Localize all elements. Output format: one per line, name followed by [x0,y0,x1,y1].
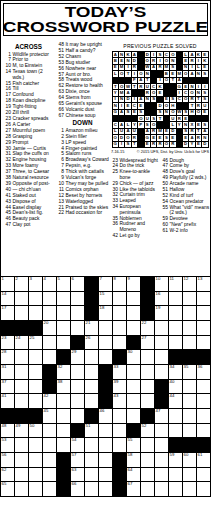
clue-item: 64Stems from [56,95,109,100]
grid-cell[interactable] [57,292,70,306]
solved-black-cell [138,129,143,134]
grid-cell[interactable] [113,306,126,320]
grid-cell[interactable] [113,336,126,350]
grid-cell[interactable] [169,409,182,423]
solved-letter-cell: D [125,97,130,102]
grid-cell[interactable]: 11 [169,277,182,291]
clue-number: 19 [3,104,13,109]
clue-item: 48It may be upright [56,42,109,47]
grid-cell[interactable] [15,394,28,408]
grid-cell[interactable]: 7 [99,277,112,291]
clue-number: 59 [160,216,170,221]
grid-cell[interactable] [57,394,70,408]
grid-cell[interactable] [183,306,196,320]
clue-number: 2 [56,134,66,139]
solved-letter-cell: N [113,103,118,108]
grid-cell[interactable]: 24 [15,336,28,350]
grid-cell[interactable]: 6 [71,277,84,291]
grid-cell[interactable]: 54 [71,438,84,452]
grid-cell[interactable]: 36 [197,365,210,379]
grid-cell[interactable] [29,350,42,364]
grid-cell[interactable] [197,306,210,320]
grid-cell[interactable] [155,453,168,467]
grid-cell[interactable] [85,380,98,394]
grid-cell[interactable] [197,409,210,423]
grid-cell[interactable] [169,292,182,306]
grid-cell[interactable] [141,394,154,408]
grid-cell[interactable] [15,380,28,394]
solved-black-cell [138,52,143,57]
black-cell [197,438,210,452]
grid-cell[interactable]: 64 [127,468,140,482]
clue-item: 3LP speed [56,140,109,145]
clue-number: 46 [3,216,13,221]
solved-letter-cell: M [164,65,169,70]
grid-cell[interactable] [29,365,42,379]
grid-cell[interactable] [99,321,112,335]
grid-cell[interactable] [197,482,210,496]
clue-number: 61 [160,228,170,233]
grid-cell[interactable] [29,394,42,408]
grid-cell[interactable] [113,438,126,452]
grid-cell[interactable] [29,453,42,467]
clue-item: 14Texas town (2 wds.) [3,69,54,80]
solved-letter-cell: R [132,65,137,70]
solved-letter-cell: E [151,135,156,140]
clue-text: Thick with cattails [66,169,110,174]
grid-cell[interactable]: 9 [127,277,140,291]
grid-cell[interactable] [85,468,98,482]
solved-letter-cell: T [196,129,201,134]
grid-cell[interactable] [197,336,210,350]
clue-item: 43Dispose of [3,199,54,204]
grid-cell[interactable]: 55 [127,438,140,452]
clue-item: 42Let go by [110,233,160,238]
grid-cell[interactable] [57,321,70,335]
grid-cell[interactable]: 20 [43,321,56,335]
grid-cell[interactable] [99,424,112,438]
grid-cell[interactable] [85,394,98,408]
solved-letter-cell: S [125,110,130,115]
grid-cell[interactable] [43,453,56,467]
grid-cell[interactable] [71,321,84,335]
grid-cell[interactable]: 35 [183,365,196,379]
grid-cell[interactable] [29,306,42,320]
grid-cell[interactable] [141,438,154,452]
grid-cell[interactable] [127,380,140,394]
grid-cell[interactable] [29,292,42,306]
clue-item: 61W-2 info [160,228,210,233]
grid-cell[interactable]: 21 [85,321,98,335]
solved-letter-cell: Y [177,122,182,127]
title-box: TODAY’S CROSSWORD PUZZLE [3,3,208,36]
grid-cell[interactable]: 51 [85,424,98,438]
grid-cell[interactable] [113,321,126,335]
grid-cell[interactable] [155,336,168,350]
solved-letter-cell: T [125,71,130,76]
grid-cell[interactable]: 57 [71,453,84,467]
solved-letter-cell: R [196,103,201,108]
solved-black-cell [157,71,162,76]
grid-cell[interactable]: 23 [1,336,14,350]
grid-cell[interactable]: 59 [169,453,182,467]
grid-cell[interactable]: 18 [99,306,112,320]
grid-cell[interactable]: 49 [15,424,28,438]
grid-cell[interactable]: 37 [1,380,14,394]
grid-cell[interactable] [169,424,182,438]
clue-item: 26A Carter [3,122,54,127]
solved-letter-cell: E [202,65,207,70]
black-cell [113,468,126,482]
grid-cell[interactable] [155,321,168,335]
clue-text: Slap the cuffs on [13,151,55,156]
solved-letter-cell: O [151,122,156,127]
grid-cell[interactable]: 56 [1,453,14,467]
clue-text: Zill thrill [13,110,55,115]
grid-cell[interactable] [15,482,28,496]
solved-letter-cell: A [189,52,194,57]
cell-number: 16 [156,292,161,297]
solved-black-cell [151,110,156,115]
grid-cell[interactable]: 62 [1,468,14,482]
grid-cell[interactable]: 29 [71,350,84,364]
solved-letter-cell: G [177,84,182,89]
grid-cell[interactable]: 47 [155,409,168,423]
grid-cell[interactable]: 53 [1,438,14,452]
grid-cell[interactable] [197,380,210,394]
grid-cell[interactable]: 17 [1,306,14,320]
grid-cell[interactable] [29,482,42,496]
clue-text: Wildlife protector [13,52,55,57]
grid-cell[interactable] [85,438,98,452]
grid-cell[interactable] [43,350,56,364]
clue-number: 35 [110,216,120,221]
grid-cell[interactable] [141,482,154,496]
solved-letter-cell: O [138,71,143,76]
clue-item: 49Playfully (2 wds.) [160,175,210,180]
grid-cell[interactable] [99,350,112,364]
grid-cell[interactable]: 61 [197,453,210,467]
grid-cell[interactable] [99,468,112,482]
solved-letter-cell: E [170,135,175,140]
solved-letter-cell: T [196,97,201,102]
grid-cell[interactable] [141,350,154,364]
grid-cell[interactable] [71,365,84,379]
grid-cell[interactable]: 32 [57,365,70,379]
clue-text: Cracker spreads [13,116,55,121]
grid-cell[interactable]: 48 [1,424,14,438]
clue-number: 54 [160,199,170,204]
grid-cell[interactable]: 39 [113,380,126,394]
grid-cell[interactable] [29,380,42,394]
grid-cell[interactable] [43,306,56,320]
grid-cell[interactable] [43,468,56,482]
clue-text: Kind of turf [170,193,211,198]
grid-cell[interactable]: 15 [99,292,112,306]
grid-cell[interactable] [57,409,70,423]
grid-cell[interactable] [183,468,196,482]
clue-number: 30 [110,187,120,192]
grid-cell[interactable] [183,336,196,350]
cell-number: 51 [86,424,91,429]
solved-black-cell [125,78,130,83]
grid-cell[interactable] [127,321,140,335]
clue-number: 52 [160,193,170,198]
grid-cell[interactable]: 38 [57,380,70,394]
grid-cell[interactable]: 26 [85,336,98,350]
solved-letter-cell: N [170,58,175,63]
grid-cell[interactable] [141,380,154,394]
grid-cell[interactable] [29,438,42,452]
clue-number: 22 [56,210,66,215]
grid-cell[interactable]: 27 [141,336,154,350]
black-cell [99,365,112,379]
grid-cell[interactable] [183,424,196,438]
cell-number: 2 [16,277,18,282]
grid-cell[interactable] [43,292,56,306]
grid-cell[interactable] [155,482,168,496]
grid-cell[interactable]: 60 [183,453,196,467]
grid-cell[interactable] [71,394,84,408]
black-cell [113,350,126,364]
grid-cell[interactable] [183,380,196,394]
solved-letter-cell: K [125,52,130,57]
grid-cell[interactable] [71,306,84,320]
grid-cell[interactable]: 33 [113,365,126,379]
grid-cell[interactable] [15,350,28,364]
grid-cell[interactable] [43,438,56,452]
solved-letter-cell: O [151,90,156,95]
solved-letter-cell: I [119,142,124,147]
solved-letter-cell: L [125,122,130,127]
grid-cell[interactable] [197,292,210,306]
grid-cell[interactable]: 5 [57,277,70,291]
grid-cell[interactable]: 8 [113,277,126,291]
grid-cell[interactable]: 43 [113,394,126,408]
grid-cell[interactable] [71,380,84,394]
grid-cell[interactable]: 10 [155,277,168,291]
grid-cell[interactable] [183,409,196,423]
solved-letter-cell: A [177,78,182,83]
grid-cell[interactable] [169,321,182,335]
solved-letter-cell: E [138,103,143,108]
clue-number: 33 [110,198,120,203]
clue-number: 12 [56,193,66,198]
clue-item: 41Staked out [3,193,54,198]
grid-cell[interactable] [15,468,28,482]
grid-cell[interactable] [197,321,210,335]
clue-number: 37 [3,169,13,174]
clue-text: Confound [13,92,55,97]
grid-cell[interactable] [85,365,98,379]
grid-cell[interactable] [155,365,168,379]
grid-cell[interactable] [99,453,112,467]
solved-letter-cell: M [157,129,162,134]
clue-item: 45Dean's-list fig. [3,210,54,215]
clue-text: Clay pot [13,222,55,227]
grid-cell[interactable]: 30 [127,350,140,364]
grid-cell[interactable] [113,292,126,306]
solved-letter-cell: A [132,52,137,57]
solved-black-cell [189,78,194,83]
cell-number: 30 [128,350,133,355]
clue-number: 28 [3,134,13,139]
grid-cell[interactable]: 46 [99,409,112,423]
solved-letter-cell: I [189,65,194,70]
grid-cell[interactable]: 67 [127,482,140,496]
grid-cell[interactable] [169,468,182,482]
grid-cell[interactable]: 40 [169,380,182,394]
previous-solved-grid: ANKADISCOLAKEBENDORIONERIKEMIRWARMSNILEL… [112,51,209,148]
grid-cell[interactable] [197,468,210,482]
grid-cell[interactable]: 25 [29,336,42,350]
grid-cell[interactable]: 42 [43,394,56,408]
solved-letter-cell: Y [132,122,137,127]
grid-cell[interactable]: 13 [197,277,210,291]
clue-item: 66Volcanic dust [56,107,109,112]
grid-cell[interactable] [57,336,70,350]
grid-cell[interactable]: 31 [1,365,14,379]
grid-cell[interactable] [57,306,70,320]
solved-letter-cell: S [138,110,143,115]
grid-cell[interactable]: 34 [169,365,182,379]
grid-cell[interactable] [15,292,28,306]
solved-black-cell [145,110,150,115]
grid-cell[interactable]: 28 [1,350,14,364]
grid-cell[interactable] [71,409,84,423]
grid-cell[interactable]: 16 [155,292,168,306]
grid-cell[interactable] [85,350,98,364]
grid-cell[interactable] [127,365,140,379]
black-cell [141,306,154,320]
grid-cell[interactable]: 50 [29,424,42,438]
grid-cell[interactable]: 63 [71,468,84,482]
grid-cell[interactable] [169,482,182,496]
cell-number: 7 [100,277,102,282]
cell-number: 31 [2,365,7,370]
grid-cell[interactable]: 14 [1,292,14,306]
solved-letter-cell: L [183,52,188,57]
grid-cell[interactable]: 12 [183,277,196,291]
clue-item: 29Chick — of jazz [110,181,160,186]
grid-cell[interactable]: 22 [141,321,154,335]
clue-text: Texas town (2 wds.) [13,69,55,80]
solved-letter-cell: E [202,52,207,57]
grid-cell[interactable] [43,336,56,350]
grid-cell[interactable] [197,394,210,408]
solved-letter-cell: I [132,71,137,76]
grid-cell[interactable] [183,292,196,306]
grid-cell[interactable] [183,394,196,408]
grid-cell[interactable] [113,409,126,423]
cell-number: 6 [72,277,74,282]
clue-number: 56 [56,66,66,71]
grid-cell[interactable] [57,438,70,452]
cell-number: 33 [114,365,119,370]
grid-cell[interactable] [141,365,154,379]
grid-cell[interactable] [85,482,98,496]
clue-text: Dove's goal [170,169,211,174]
grid-cell[interactable]: 19 [155,306,168,320]
grid-cell[interactable] [85,453,98,467]
clue-item: 6Broadway's Coward [56,157,109,162]
grid-cell[interactable] [43,482,56,496]
cell-number: 28 [2,350,7,355]
grid-cell[interactable] [127,409,140,423]
grid-cell[interactable] [155,438,168,452]
grid-cell[interactable] [127,292,140,306]
grid-cell[interactable] [99,336,112,350]
grid-cell[interactable] [155,468,168,482]
grid-cell[interactable] [155,424,168,438]
grid-cell[interactable] [15,306,28,320]
grid-cell[interactable]: 3 [29,277,42,291]
grid-cell[interactable]: 44 [169,394,182,408]
grid-cell[interactable] [183,482,196,496]
solved-letter-cell: M [119,90,124,95]
grid-cell[interactable] [141,453,154,467]
cell-number: 50 [30,424,35,429]
solved-letter-cell: U [202,103,207,108]
grid-cell[interactable] [43,424,56,438]
grid-cell[interactable] [141,468,154,482]
grid-cell[interactable]: 4 [43,277,56,291]
grid-cell[interactable] [169,306,182,320]
grid-cell[interactable] [197,424,210,438]
grid-cell[interactable] [57,424,70,438]
solved-black-cell [196,116,201,121]
grid-cell[interactable]: 66 [71,482,84,496]
clue-number: 5 [56,151,66,156]
grid-cell[interactable]: 65 [1,482,14,496]
clue-text: Arcade name [170,181,211,186]
grid-cell[interactable] [29,468,42,482]
solved-letter-cell: E [145,142,150,147]
solved-letter-cell: C [164,52,169,57]
grid-cell[interactable] [99,438,112,452]
grid-cell[interactable] [15,438,28,452]
grid-cell[interactable]: 2 [15,277,28,291]
clue-number: 29 [3,140,13,145]
grid-cell[interactable] [113,424,126,438]
clue-number: 1 [3,52,13,57]
solved-letter-cell: C [113,122,118,127]
grid-cell[interactable] [15,365,28,379]
solved-letter-cell: E [196,122,201,127]
grid-cell[interactable] [155,350,168,364]
grid-cell[interactable] [15,453,28,467]
grid-cell[interactable]: 45 [43,409,56,423]
clue-text: Had occasion for [66,210,110,215]
clue-number: 7 [56,163,66,168]
grid-cell[interactable] [169,336,182,350]
cell-number: 26 [86,336,91,341]
grid-cell[interactable] [127,394,140,408]
grid-cell[interactable]: 1 [1,277,14,291]
black-cell [1,321,14,335]
solved-letter-cell: S [151,97,156,102]
grid-cell[interactable] [127,306,140,320]
solved-letter-cell: U [145,116,150,121]
clue-number: 65 [56,101,66,106]
grid-cell[interactable]: 58 [127,453,140,467]
grid-cell[interactable] [99,482,112,496]
previous-puzzle-panel: PREVIOUS PUZZLE SOLVED ANKADISCOLAKEBEND… [110,42,210,276]
grid-cell[interactable] [183,321,196,335]
grid-cell[interactable]: 41 [1,394,14,408]
grid-cell[interactable]: 52 [141,424,154,438]
grid-cell[interactable] [71,292,84,306]
